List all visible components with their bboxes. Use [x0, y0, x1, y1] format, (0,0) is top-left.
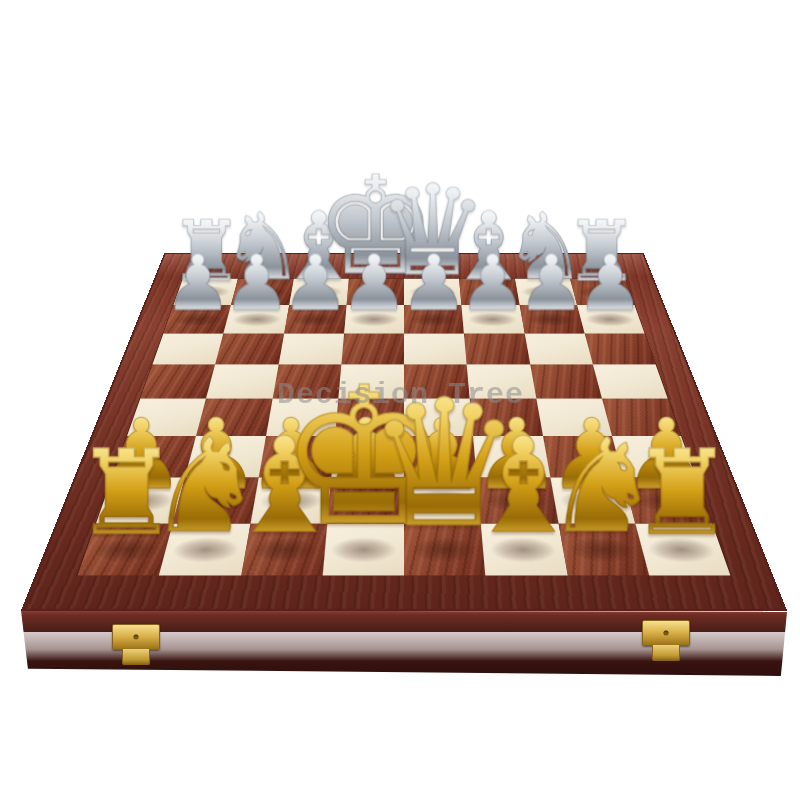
- square-r4c7: [530, 364, 602, 398]
- square-r2c8: ♟: [577, 305, 645, 333]
- gold-clasp-left-icon: [112, 624, 160, 650]
- chess-board-frame: ♜♞♝♚♛♝♞♜♟♟♟♟♟♟♟♟♟♟♟♟♟♟♟♟♜♞♝♚♛♝♞♜: [21, 253, 787, 610]
- board-scene: ♜♞♝♚♛♝♞♜♟♟♟♟♟♟♟♟♟♟♟♟♟♟♟♟♜♞♝♚♛♝♞♜: [0, 0, 800, 800]
- silver-pawn: ♟: [576, 245, 644, 321]
- square-r2c3: ♟: [284, 305, 347, 333]
- square-r3c6: [464, 333, 530, 364]
- square-r2c7: ♟: [519, 305, 584, 333]
- silver-pawn: ♟: [222, 245, 290, 321]
- gold-rook: ♜: [630, 435, 735, 552]
- square-r3c2: [215, 333, 283, 364]
- square-r3c7: [524, 333, 592, 364]
- square-r2c4: ♟: [344, 305, 404, 333]
- square-r3c8: [584, 333, 655, 364]
- gold-clasp-right-icon: [642, 620, 690, 646]
- chess-set-product-photo: ♜♞♝♚♛♝♞♜♟♟♟♟♟♟♟♟♟♟♟♟♟♟♟♟♜♞♝♚♛♝♞♜ Decisio…: [0, 0, 800, 800]
- silver-pawn: ♟: [163, 245, 231, 321]
- square-r4c1: [140, 364, 215, 398]
- chess-board-grid: ♜♞♝♚♛♝♞♜♟♟♟♟♟♟♟♟♟♟♟♟♟♟♟♟♜♞♝♚♛♝♞♜: [78, 279, 731, 576]
- silver-pawn: ♟: [399, 245, 467, 321]
- square-r2c2: ♟: [224, 305, 289, 333]
- square-r2c6: ♟: [462, 305, 525, 333]
- square-r2c1: ♟: [163, 305, 231, 333]
- square-r3c1: [152, 333, 223, 364]
- square-r8c8: ♜: [635, 524, 730, 576]
- square-r4c8: [593, 364, 668, 398]
- square-r2c5: ♟: [404, 305, 464, 333]
- square-r4c2: [206, 364, 278, 398]
- silver-pawn: ♟: [340, 245, 408, 321]
